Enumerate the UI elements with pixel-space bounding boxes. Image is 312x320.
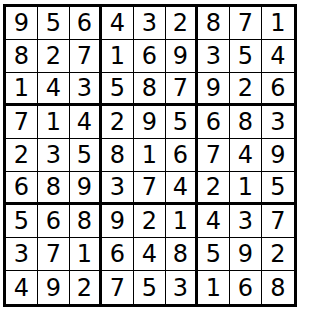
cell-r5c3[interactable]: 5 — [70, 139, 102, 172]
cell-r7c4[interactable]: 9 — [102, 205, 134, 238]
cell-r1c9[interactable]: 1 — [262, 7, 294, 40]
sudoku-board: 9564328718271693541435879267142956832358… — [3, 4, 297, 307]
cell-r6c8[interactable]: 1 — [230, 172, 262, 205]
cell-r7c8[interactable]: 3 — [230, 205, 262, 238]
cell-r3c7[interactable]: 9 — [198, 73, 230, 106]
cell-r4c6[interactable]: 5 — [166, 106, 198, 139]
cell-r5c4[interactable]: 8 — [102, 139, 134, 172]
cell-r4c5[interactable]: 9 — [134, 106, 166, 139]
cell-r1c5[interactable]: 3 — [134, 7, 166, 40]
cell-r5c5[interactable]: 1 — [134, 139, 166, 172]
cell-r1c1[interactable]: 9 — [6, 7, 38, 40]
cell-r2c7[interactable]: 3 — [198, 40, 230, 73]
cell-r5c8[interactable]: 4 — [230, 139, 262, 172]
cell-r8c2[interactable]: 7 — [38, 238, 70, 271]
cell-r2c8[interactable]: 5 — [230, 40, 262, 73]
cell-r6c4[interactable]: 3 — [102, 172, 134, 205]
cell-r5c9[interactable]: 9 — [262, 139, 294, 172]
cell-r8c7[interactable]: 5 — [198, 238, 230, 271]
cell-r6c9[interactable]: 5 — [262, 172, 294, 205]
cell-r2c2[interactable]: 2 — [38, 40, 70, 73]
cell-r6c1[interactable]: 6 — [6, 172, 38, 205]
cell-r5c1[interactable]: 2 — [6, 139, 38, 172]
cell-r9c7[interactable]: 1 — [198, 271, 230, 304]
cell-r6c3[interactable]: 9 — [70, 172, 102, 205]
cell-r9c4[interactable]: 7 — [102, 271, 134, 304]
cell-r2c4[interactable]: 1 — [102, 40, 134, 73]
cell-r2c6[interactable]: 9 — [166, 40, 198, 73]
cell-r1c4[interactable]: 4 — [102, 7, 134, 40]
cell-r2c5[interactable]: 6 — [134, 40, 166, 73]
cell-r1c7[interactable]: 8 — [198, 7, 230, 40]
cell-r9c5[interactable]: 5 — [134, 271, 166, 304]
cell-r6c2[interactable]: 8 — [38, 172, 70, 205]
cell-r2c1[interactable]: 8 — [6, 40, 38, 73]
cell-r4c9[interactable]: 3 — [262, 106, 294, 139]
cell-r1c8[interactable]: 7 — [230, 7, 262, 40]
cell-r4c8[interactable]: 8 — [230, 106, 262, 139]
cell-r1c3[interactable]: 6 — [70, 7, 102, 40]
cell-r3c1[interactable]: 1 — [6, 73, 38, 106]
cell-r2c3[interactable]: 7 — [70, 40, 102, 73]
cell-r4c4[interactable]: 2 — [102, 106, 134, 139]
cell-r7c1[interactable]: 5 — [6, 205, 38, 238]
cell-r7c7[interactable]: 4 — [198, 205, 230, 238]
cell-r3c8[interactable]: 2 — [230, 73, 262, 106]
cell-r9c1[interactable]: 4 — [6, 271, 38, 304]
cell-r1c2[interactable]: 5 — [38, 7, 70, 40]
cell-r3c5[interactable]: 8 — [134, 73, 166, 106]
cell-r9c6[interactable]: 3 — [166, 271, 198, 304]
cell-r1c6[interactable]: 2 — [166, 7, 198, 40]
cell-r6c7[interactable]: 2 — [198, 172, 230, 205]
cell-r7c6[interactable]: 1 — [166, 205, 198, 238]
cell-r8c6[interactable]: 8 — [166, 238, 198, 271]
cell-r6c6[interactable]: 4 — [166, 172, 198, 205]
cell-r8c9[interactable]: 2 — [262, 238, 294, 271]
cell-r8c4[interactable]: 6 — [102, 238, 134, 271]
cell-r5c7[interactable]: 7 — [198, 139, 230, 172]
cell-r8c5[interactable]: 4 — [134, 238, 166, 271]
cell-r3c9[interactable]: 6 — [262, 73, 294, 106]
cell-r5c2[interactable]: 3 — [38, 139, 70, 172]
cell-r9c8[interactable]: 6 — [230, 271, 262, 304]
cell-r4c2[interactable]: 1 — [38, 106, 70, 139]
cell-r7c3[interactable]: 8 — [70, 205, 102, 238]
cell-r8c1[interactable]: 3 — [6, 238, 38, 271]
cell-r9c3[interactable]: 2 — [70, 271, 102, 304]
cell-r6c5[interactable]: 7 — [134, 172, 166, 205]
cell-r4c3[interactable]: 4 — [70, 106, 102, 139]
cell-r4c1[interactable]: 7 — [6, 106, 38, 139]
cell-r9c2[interactable]: 9 — [38, 271, 70, 304]
cell-r9c9[interactable]: 8 — [262, 271, 294, 304]
cell-r3c4[interactable]: 5 — [102, 73, 134, 106]
cell-r3c6[interactable]: 7 — [166, 73, 198, 106]
cell-r2c9[interactable]: 4 — [262, 40, 294, 73]
cell-r3c3[interactable]: 3 — [70, 73, 102, 106]
cell-r5c6[interactable]: 6 — [166, 139, 198, 172]
cell-r7c9[interactable]: 7 — [262, 205, 294, 238]
cell-r8c8[interactable]: 9 — [230, 238, 262, 271]
cell-r4c7[interactable]: 6 — [198, 106, 230, 139]
cell-r8c3[interactable]: 1 — [70, 238, 102, 271]
cell-r7c5[interactable]: 2 — [134, 205, 166, 238]
cell-r7c2[interactable]: 6 — [38, 205, 70, 238]
cell-r3c2[interactable]: 4 — [38, 73, 70, 106]
